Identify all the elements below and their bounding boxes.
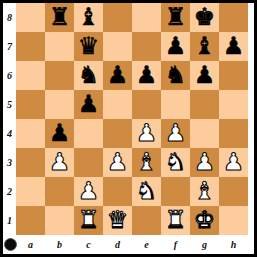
square-f2[interactable] [161,177,190,206]
square-g5[interactable] [190,90,219,119]
square-g2[interactable]: ♝ [190,177,219,206]
square-e3[interactable]: ♝ [132,148,161,177]
rank-label-5: 5 [3,90,16,119]
file-label-c: c [74,235,103,254]
square-a5[interactable] [16,90,45,119]
black-knight-f6[interactable]: ♞ [165,61,187,90]
square-d7[interactable] [103,32,132,61]
square-e6[interactable]: ♟ [132,61,161,90]
square-g4[interactable] [190,119,219,148]
white-rook-f1[interactable]: ♜ [165,206,187,235]
square-b7[interactable] [45,32,74,61]
square-c7[interactable]: ♛ [74,32,103,61]
square-h2[interactable] [219,177,248,206]
square-d5[interactable] [103,90,132,119]
white-knight-e2[interactable]: ♞ [136,177,158,206]
square-b3[interactable]: ♟ [45,148,74,177]
square-c6[interactable]: ♞ [74,61,103,90]
white-pawn-g3[interactable]: ♟ [194,148,216,177]
square-f3[interactable]: ♞ [161,148,190,177]
black-bishop-g7[interactable]: ♝ [194,32,216,61]
white-pawn-h3[interactable]: ♟ [223,148,245,177]
square-f5[interactable] [161,90,190,119]
chess-diagram-frame: 87654321 ♜♝♜♚♛♟♝♟♞♟♟♞♟♟♟♟♟♟♟♝♞♟♟♟♞♝♜♛♜♚ … [0,0,257,257]
square-d6[interactable]: ♟ [103,61,132,90]
file-label-g: g [190,235,219,254]
file-labels-row: abcdefgh [16,235,248,254]
black-pawn-f7[interactable]: ♟ [165,32,187,61]
white-pawn-f4[interactable]: ♟ [165,119,187,148]
square-c1[interactable]: ♜ [74,206,103,235]
square-c5[interactable]: ♟ [74,90,103,119]
square-f6[interactable]: ♞ [161,61,190,90]
file-label-a: a [16,235,45,254]
square-d8[interactable] [103,3,132,32]
file-label-h: h [219,235,248,254]
black-pawn-b4[interactable]: ♟ [49,119,71,148]
file-label-f: f [161,235,190,254]
white-bishop-g2[interactable]: ♝ [194,177,216,206]
file-label-b: b [45,235,74,254]
square-c2[interactable]: ♟ [74,177,103,206]
black-pawn-c5[interactable]: ♟ [78,90,100,119]
black-knight-c6[interactable]: ♞ [78,61,100,90]
square-b1[interactable] [45,206,74,235]
square-h3[interactable]: ♟ [219,148,248,177]
square-f1[interactable]: ♜ [161,206,190,235]
square-g7[interactable]: ♝ [190,32,219,61]
square-e8[interactable] [132,3,161,32]
square-g6[interactable]: ♟ [190,61,219,90]
square-c4[interactable] [74,119,103,148]
file-label-e: e [132,235,161,254]
black-bishop-c8[interactable]: ♝ [78,3,100,32]
square-b8[interactable]: ♜ [45,3,74,32]
square-g8[interactable]: ♚ [190,3,219,32]
rank-label-8: 8 [3,3,16,32]
square-b2[interactable] [45,177,74,206]
square-a8[interactable] [16,3,45,32]
black-queen-c7[interactable]: ♛ [78,32,100,61]
rank-label-2: 2 [3,177,16,206]
square-e7[interactable] [132,32,161,61]
black-pawn-d6[interactable]: ♟ [107,61,129,90]
square-e1[interactable] [132,206,161,235]
square-d2[interactable] [103,177,132,206]
square-b6[interactable] [45,61,74,90]
square-a1[interactable] [16,206,45,235]
square-d1[interactable]: ♛ [103,206,132,235]
black-rook-b8[interactable]: ♜ [49,3,71,32]
square-g1[interactable]: ♚ [190,206,219,235]
square-h5[interactable] [219,90,248,119]
file-label-d: d [103,235,132,254]
square-a4[interactable] [16,119,45,148]
white-pawn-e4[interactable]: ♟ [136,119,158,148]
white-pawn-b3[interactable]: ♟ [49,148,71,177]
white-rook-c1[interactable]: ♜ [78,206,100,235]
black-pawn-h7[interactable]: ♟ [223,32,245,61]
black-pawn-e6[interactable]: ♟ [136,61,158,90]
square-h8[interactable] [219,3,248,32]
side-to-move-indicator [4,238,17,251]
white-pawn-c2[interactable]: ♟ [78,177,100,206]
white-knight-f3[interactable]: ♞ [165,148,187,177]
square-b4[interactable]: ♟ [45,119,74,148]
square-e4[interactable]: ♟ [132,119,161,148]
rank-label-7: 7 [3,32,16,61]
square-a6[interactable] [16,61,45,90]
square-h6[interactable] [219,61,248,90]
chess-board[interactable]: ♜♝♜♚♛♟♝♟♞♟♟♞♟♟♟♟♟♟♟♝♞♟♟♟♞♝♜♛♜♚ [16,3,248,235]
rank-label-6: 6 [3,61,16,90]
square-d3[interactable]: ♟ [103,148,132,177]
black-pawn-g6[interactable]: ♟ [194,61,216,90]
square-e5[interactable] [132,90,161,119]
white-pawn-d3[interactable]: ♟ [107,148,129,177]
square-f8[interactable]: ♜ [161,3,190,32]
black-king-g8[interactable]: ♚ [194,3,216,32]
black-rook-f8[interactable]: ♜ [165,3,187,32]
white-queen-d1[interactable]: ♛ [107,206,129,235]
square-g3[interactable]: ♟ [190,148,219,177]
square-b5[interactable] [45,90,74,119]
square-f4[interactable]: ♟ [161,119,190,148]
square-e2[interactable]: ♞ [132,177,161,206]
square-h7[interactable]: ♟ [219,32,248,61]
square-a3[interactable] [16,148,45,177]
white-king-g1[interactable]: ♚ [194,206,216,235]
square-a7[interactable] [16,32,45,61]
square-h1[interactable] [219,206,248,235]
square-d4[interactable] [103,119,132,148]
white-bishop-e3[interactable]: ♝ [136,148,158,177]
rank-label-1: 1 [3,206,16,235]
rank-labels-column: 87654321 [3,3,16,235]
square-a2[interactable] [16,177,45,206]
rank-label-4: 4 [3,119,16,148]
square-h4[interactable] [219,119,248,148]
square-c3[interactable] [74,148,103,177]
rank-label-3: 3 [3,148,16,177]
board-margin: 87654321 ♜♝♜♚♛♟♝♟♞♟♟♞♟♟♟♟♟♟♟♝♞♟♟♟♞♝♜♛♜♚ … [3,3,254,254]
square-f7[interactable]: ♟ [161,32,190,61]
square-c8[interactable]: ♝ [74,3,103,32]
